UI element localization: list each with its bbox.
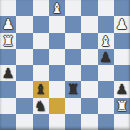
square-h1[interactable]	[114, 114, 130, 130]
square-a8[interactable]	[0, 0, 16, 16]
square-b1[interactable]	[16, 114, 32, 130]
square-c6[interactable]	[33, 33, 49, 49]
square-c7[interactable]	[33, 16, 49, 32]
square-h2[interactable]: ♜	[114, 98, 130, 114]
piece-black-pawn[interactable]: ♟	[2, 66, 15, 80]
piece-black-pawn[interactable]: ♟	[99, 49, 112, 63]
square-a5[interactable]	[0, 49, 16, 65]
square-d1[interactable]	[49, 114, 65, 130]
square-e4[interactable]	[65, 65, 81, 81]
piece-white-pawn[interactable]: ♟	[116, 17, 129, 31]
square-e8[interactable]	[65, 0, 81, 16]
piece-white-rook[interactable]: ♜	[116, 98, 129, 112]
square-g8[interactable]	[98, 0, 114, 16]
square-e7[interactable]	[65, 16, 81, 32]
piece-black-pawn[interactable]: ♟	[116, 82, 129, 96]
square-g7[interactable]	[98, 16, 114, 32]
chess-board: ♝♟♟♜♝♟♟♝♜♟♞♜	[0, 0, 130, 130]
square-h8[interactable]	[114, 0, 130, 16]
square-d4[interactable]	[49, 65, 65, 81]
square-f7[interactable]	[81, 16, 97, 32]
square-g2[interactable]	[98, 98, 114, 114]
square-g1[interactable]	[98, 114, 114, 130]
square-a2[interactable]	[0, 98, 16, 114]
piece-black-knight[interactable]: ♞	[34, 98, 47, 112]
square-d8[interactable]: ♝	[49, 0, 65, 16]
square-c1[interactable]	[33, 114, 49, 130]
square-f8[interactable]	[81, 0, 97, 16]
piece-black-rook[interactable]: ♜	[67, 82, 80, 96]
square-f4[interactable]	[81, 65, 97, 81]
square-h7[interactable]: ♟	[114, 16, 130, 32]
square-b7[interactable]	[16, 16, 32, 32]
square-f2[interactable]	[81, 98, 97, 114]
square-f3[interactable]	[81, 81, 97, 97]
square-a7[interactable]: ♟	[0, 16, 16, 32]
square-b3[interactable]	[16, 81, 32, 97]
square-a4[interactable]: ♟	[0, 65, 16, 81]
square-c2[interactable]: ♞	[33, 98, 49, 114]
square-b6[interactable]	[16, 33, 32, 49]
piece-white-bishop[interactable]: ♝	[51, 1, 64, 15]
square-h6[interactable]	[114, 33, 130, 49]
square-f1[interactable]	[81, 114, 97, 130]
square-d2[interactable]	[49, 98, 65, 114]
piece-black-bishop[interactable]: ♝	[34, 82, 47, 96]
square-g5[interactable]: ♟	[98, 49, 114, 65]
square-a1[interactable]	[0, 114, 16, 130]
square-c8[interactable]	[33, 0, 49, 16]
square-g6[interactable]: ♝	[98, 33, 114, 49]
square-b5[interactable]	[16, 49, 32, 65]
square-e5[interactable]	[65, 49, 81, 65]
square-d6[interactable]	[49, 33, 65, 49]
square-b8[interactable]	[16, 0, 32, 16]
square-g3[interactable]	[98, 81, 114, 97]
square-c3[interactable]: ♝	[33, 81, 49, 97]
square-d5[interactable]	[49, 49, 65, 65]
square-e3[interactable]: ♜	[65, 81, 81, 97]
square-b4[interactable]	[16, 65, 32, 81]
piece-white-bishop[interactable]: ♝	[99, 33, 112, 47]
square-f5[interactable]	[81, 49, 97, 65]
piece-white-rook[interactable]: ♜	[2, 33, 15, 47]
square-c5[interactable]	[33, 49, 49, 65]
square-d7[interactable]	[49, 16, 65, 32]
square-h3[interactable]: ♟	[114, 81, 130, 97]
piece-white-pawn[interactable]: ♟	[2, 17, 15, 31]
square-e6[interactable]	[65, 33, 81, 49]
square-h4[interactable]	[114, 65, 130, 81]
square-c4[interactable]	[33, 65, 49, 81]
square-g4[interactable]	[98, 65, 114, 81]
square-e2[interactable]	[65, 98, 81, 114]
square-f6[interactable]	[81, 33, 97, 49]
square-h5[interactable]	[114, 49, 130, 65]
square-a3[interactable]	[0, 81, 16, 97]
square-e1[interactable]	[65, 114, 81, 130]
square-a6[interactable]: ♜	[0, 33, 16, 49]
square-b2[interactable]	[16, 98, 32, 114]
square-d3[interactable]	[49, 81, 65, 97]
